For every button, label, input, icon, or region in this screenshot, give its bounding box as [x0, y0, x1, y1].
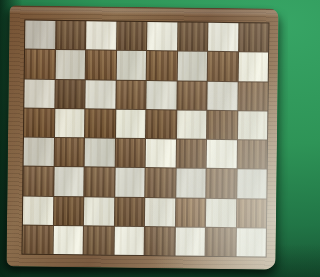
square-b8[interactable] — [56, 21, 86, 50]
square-c2[interactable] — [84, 197, 114, 226]
square-h3[interactable] — [237, 169, 267, 198]
square-e7[interactable] — [147, 51, 177, 80]
square-f3[interactable] — [176, 169, 206, 198]
square-d8[interactable] — [117, 22, 147, 51]
square-f4[interactable] — [176, 139, 206, 168]
square-f2[interactable] — [175, 198, 205, 227]
square-h7[interactable] — [238, 52, 268, 81]
square-d3[interactable] — [115, 168, 145, 197]
square-c7[interactable] — [86, 51, 116, 80]
square-d1[interactable] — [114, 226, 144, 255]
square-h4[interactable] — [237, 140, 267, 169]
square-a8[interactable] — [25, 21, 55, 50]
square-e2[interactable] — [145, 198, 175, 227]
square-h6[interactable] — [238, 82, 268, 111]
square-a4[interactable] — [24, 138, 54, 167]
square-f1[interactable] — [175, 227, 205, 256]
square-c5[interactable] — [85, 109, 115, 138]
square-g7[interactable] — [208, 52, 238, 81]
square-g6[interactable] — [207, 81, 237, 110]
square-c3[interactable] — [84, 168, 114, 197]
square-b3[interactable] — [54, 167, 84, 196]
square-g2[interactable] — [206, 198, 236, 227]
square-f8[interactable] — [178, 22, 208, 51]
square-e1[interactable] — [145, 227, 175, 256]
square-a3[interactable] — [23, 167, 53, 196]
square-g1[interactable] — [206, 228, 236, 257]
square-c4[interactable] — [85, 138, 115, 167]
square-b5[interactable] — [55, 109, 85, 138]
square-d7[interactable] — [116, 51, 146, 80]
square-g4[interactable] — [207, 140, 237, 169]
square-e3[interactable] — [145, 168, 175, 197]
green-cloth-background — [0, 0, 288, 277]
board-grid — [22, 20, 270, 258]
square-c8[interactable] — [86, 21, 116, 50]
square-f7[interactable] — [177, 52, 207, 81]
square-a1[interactable] — [23, 225, 53, 254]
chessboard — [6, 5, 278, 269]
square-d2[interactable] — [114, 197, 144, 226]
square-b6[interactable] — [55, 79, 85, 108]
square-h8[interactable] — [239, 23, 269, 52]
square-c6[interactable] — [85, 80, 115, 109]
square-a6[interactable] — [24, 79, 54, 108]
square-h5[interactable] — [237, 111, 267, 140]
square-h1[interactable] — [236, 228, 266, 257]
square-e6[interactable] — [146, 81, 176, 110]
square-a5[interactable] — [24, 108, 54, 137]
square-b7[interactable] — [55, 50, 85, 79]
square-c1[interactable] — [84, 226, 114, 255]
square-b1[interactable] — [53, 226, 83, 255]
square-f6[interactable] — [177, 81, 207, 110]
square-b2[interactable] — [53, 196, 83, 225]
square-g3[interactable] — [206, 169, 236, 198]
square-b4[interactable] — [54, 138, 84, 167]
square-d6[interactable] — [116, 80, 146, 109]
square-h2[interactable] — [236, 199, 266, 228]
square-a7[interactable] — [25, 50, 55, 79]
square-g5[interactable] — [207, 111, 237, 140]
square-d5[interactable] — [115, 109, 145, 138]
square-e4[interactable] — [146, 139, 176, 168]
square-e5[interactable] — [146, 110, 176, 139]
square-a2[interactable] — [23, 196, 53, 225]
square-g8[interactable] — [208, 23, 238, 52]
square-e8[interactable] — [147, 22, 177, 51]
square-d4[interactable] — [115, 139, 145, 168]
square-f5[interactable] — [176, 110, 206, 139]
